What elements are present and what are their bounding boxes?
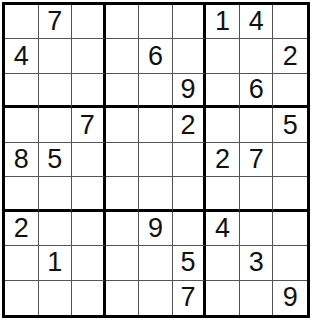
cell-r1c3-empty[interactable]	[72, 5, 106, 39]
cell-r2c3-empty[interactable]	[72, 39, 106, 73]
cell-r4c7-empty[interactable]	[206, 108, 240, 142]
cell-r7c2-empty[interactable]	[39, 212, 73, 246]
cell-r1c8-given-4: 4	[240, 5, 274, 39]
cell-r7c6-empty[interactable]	[173, 212, 207, 246]
cell-r4c5-empty[interactable]	[139, 108, 173, 142]
cell-r3c5-empty[interactable]	[139, 74, 173, 108]
cell-r2c8-empty[interactable]	[240, 39, 274, 73]
cell-r5c4-empty[interactable]	[106, 143, 140, 177]
cell-r9c3-empty[interactable]	[72, 281, 106, 315]
cell-r6c2-empty[interactable]	[39, 177, 73, 211]
cell-r3c3-empty[interactable]	[72, 74, 106, 108]
cell-r4c3-given-7: 7	[72, 108, 106, 142]
cell-r8c8-given-3: 3	[240, 246, 274, 280]
cell-r3c1-empty[interactable]	[5, 74, 39, 108]
cell-r2c9-given-2: 2	[273, 39, 307, 73]
cell-r5c7-given-2: 2	[206, 143, 240, 177]
cell-r9c8-empty[interactable]	[240, 281, 274, 315]
cell-r8c5-empty[interactable]	[139, 246, 173, 280]
cell-r2c4-empty[interactable]	[106, 39, 140, 73]
cell-r6c5-empty[interactable]	[139, 177, 173, 211]
cell-r2c5-given-6: 6	[139, 39, 173, 73]
cell-r4c1-empty[interactable]	[5, 108, 39, 142]
cell-r6c6-empty[interactable]	[173, 177, 207, 211]
cell-r1c9-empty[interactable]	[273, 5, 307, 39]
cell-r4c4-empty[interactable]	[106, 108, 140, 142]
cell-r7c7-given-4: 4	[206, 212, 240, 246]
cell-r4c9-given-5: 5	[273, 108, 307, 142]
sudoku-page: 71446296725852729415379	[0, 0, 312, 320]
cell-r8c9-empty[interactable]	[273, 246, 307, 280]
cell-r5c2-given-5: 5	[39, 143, 73, 177]
cell-r8c3-empty[interactable]	[72, 246, 106, 280]
cell-r7c8-empty[interactable]	[240, 212, 274, 246]
cell-r2c7-empty[interactable]	[206, 39, 240, 73]
cell-r1c7-given-1: 1	[206, 5, 240, 39]
cell-r4c8-empty[interactable]	[240, 108, 274, 142]
cell-r3c4-empty[interactable]	[106, 74, 140, 108]
cell-r6c8-empty[interactable]	[240, 177, 274, 211]
cell-r7c4-empty[interactable]	[106, 212, 140, 246]
cell-r7c9-empty[interactable]	[273, 212, 307, 246]
cell-r3c6-given-9: 9	[173, 74, 207, 108]
cell-r3c7-empty[interactable]	[206, 74, 240, 108]
cell-r9c1-empty[interactable]	[5, 281, 39, 315]
cell-r9c7-empty[interactable]	[206, 281, 240, 315]
cell-r1c5-empty[interactable]	[139, 5, 173, 39]
cell-r8c7-empty[interactable]	[206, 246, 240, 280]
cell-r4c6-given-2: 2	[173, 108, 207, 142]
cell-r2c1-given-4: 4	[5, 39, 39, 73]
cell-r5c8-given-7: 7	[240, 143, 274, 177]
cell-r5c9-empty[interactable]	[273, 143, 307, 177]
cell-r7c5-given-9: 9	[139, 212, 173, 246]
cell-r1c2-given-7: 7	[39, 5, 73, 39]
cell-r8c1-empty[interactable]	[5, 246, 39, 280]
cell-r5c1-given-8: 8	[5, 143, 39, 177]
cell-r8c4-empty[interactable]	[106, 246, 140, 280]
sudoku-board: 71446296725852729415379	[2, 2, 310, 318]
cell-r5c5-empty[interactable]	[139, 143, 173, 177]
cell-r4c2-empty[interactable]	[39, 108, 73, 142]
cell-r8c2-given-1: 1	[39, 246, 73, 280]
cell-r7c1-given-2: 2	[5, 212, 39, 246]
cell-r6c1-empty[interactable]	[5, 177, 39, 211]
cell-r9c2-empty[interactable]	[39, 281, 73, 315]
cell-r2c2-empty[interactable]	[39, 39, 73, 73]
cell-r6c3-empty[interactable]	[72, 177, 106, 211]
cell-r6c4-empty[interactable]	[106, 177, 140, 211]
cell-r5c6-empty[interactable]	[173, 143, 207, 177]
cell-r9c5-empty[interactable]	[139, 281, 173, 315]
cell-r6c7-empty[interactable]	[206, 177, 240, 211]
cell-r1c4-empty[interactable]	[106, 5, 140, 39]
cell-r8c6-given-5: 5	[173, 246, 207, 280]
cell-r6c9-empty[interactable]	[273, 177, 307, 211]
cell-r9c4-empty[interactable]	[106, 281, 140, 315]
cell-r9c6-given-7: 7	[173, 281, 207, 315]
cell-r3c2-empty[interactable]	[39, 74, 73, 108]
cell-r3c9-empty[interactable]	[273, 74, 307, 108]
cell-r9c9-given-9: 9	[273, 281, 307, 315]
cell-r7c3-empty[interactable]	[72, 212, 106, 246]
cell-r5c3-empty[interactable]	[72, 143, 106, 177]
cell-r2c6-empty[interactable]	[173, 39, 207, 73]
cell-r1c1-empty[interactable]	[5, 5, 39, 39]
cell-r3c8-given-6: 6	[240, 74, 274, 108]
cell-r1c6-empty[interactable]	[173, 5, 207, 39]
